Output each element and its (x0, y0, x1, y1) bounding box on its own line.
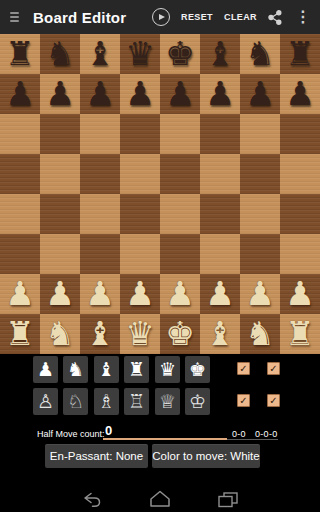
white-queen-icon: ♛ (159, 356, 176, 383)
square-c8[interactable]: ♝ (80, 34, 120, 74)
black-queen-piece: ♛ (125, 34, 155, 74)
square-h8[interactable]: ♜ (280, 34, 320, 74)
palette-black-queen-button[interactable]: ♕ (155, 388, 180, 415)
square-f7[interactable]: ♟ (200, 74, 240, 114)
palette-white-knight-button[interactable]: ♞ (63, 356, 88, 383)
reset-button[interactable]: RESET (181, 12, 213, 22)
square-c1[interactable]: ♝ (80, 314, 120, 354)
palette-white-queen-button[interactable]: ♛ (155, 356, 180, 383)
black-rook-piece: ♜ (5, 34, 35, 74)
castle-queenside-label: 0-0-0 (255, 429, 278, 439)
square-f3[interactable] (200, 234, 240, 274)
square-g2[interactable]: ♟ (240, 274, 280, 314)
title-bar: Board Editor RESET CLEAR ⋮ (0, 0, 320, 34)
square-h1[interactable]: ♜ (280, 314, 320, 354)
square-f8[interactable]: ♝ (200, 34, 240, 74)
square-b8[interactable]: ♞ (40, 34, 80, 74)
board-editor-screen: Board Editor RESET CLEAR ⋮ ♜♞♝♛♚♝♞♜♟♟♟♟♟… (0, 0, 320, 512)
white-pawn-piece: ♟ (285, 274, 315, 314)
page-title: Board Editor (33, 9, 126, 26)
square-e2[interactable]: ♟ (160, 274, 200, 314)
black-king-piece: ♚ (165, 34, 195, 74)
square-b6[interactable] (40, 114, 80, 154)
square-b5[interactable] (40, 154, 80, 194)
white-pawn-piece: ♟ (45, 274, 75, 314)
square-e1[interactable]: ♚ (160, 314, 200, 354)
white-pawn-piece: ♟ (85, 274, 115, 314)
white-pawn-piece: ♟ (125, 274, 155, 314)
black-king-icon: ♔ (189, 388, 206, 415)
square-a7[interactable]: ♟ (0, 74, 40, 114)
en-passant-button[interactable]: En-Passant: None (45, 444, 148, 468)
square-d1[interactable]: ♛ (120, 314, 160, 354)
back-icon[interactable] (82, 492, 101, 508)
half-move-label: Half Move count: (37, 429, 105, 439)
white-queen-piece: ♛ (125, 314, 155, 354)
square-a8[interactable]: ♜ (0, 34, 40, 74)
white-bishop-icon: ♝ (98, 356, 115, 383)
white-bishop-piece: ♝ (85, 314, 115, 354)
black-bishop-piece: ♝ (205, 34, 235, 74)
castling-black-queenside-checkbox[interactable]: ✓ (267, 394, 280, 407)
home-icon[interactable] (149, 490, 171, 508)
palette-black-rook-button[interactable]: ♖ (124, 388, 149, 415)
white-knight-piece: ♞ (45, 314, 75, 354)
square-a4[interactable] (0, 194, 40, 234)
square-e8[interactable]: ♚ (160, 34, 200, 74)
castle-kingside-label: 0-0 (232, 429, 246, 439)
square-f1[interactable]: ♝ (200, 314, 240, 354)
square-e6[interactable] (160, 114, 200, 154)
square-c2[interactable]: ♟ (80, 274, 120, 314)
white-pawn-piece: ♟ (5, 274, 35, 314)
clear-button[interactable]: CLEAR (224, 12, 257, 22)
black-pawn-piece: ♟ (85, 74, 115, 114)
square-e4[interactable] (160, 194, 200, 234)
white-pawn-piece: ♟ (245, 274, 275, 314)
square-g4[interactable] (240, 194, 280, 234)
black-pawn-piece: ♟ (285, 74, 315, 114)
square-b7[interactable]: ♟ (40, 74, 80, 114)
square-b1[interactable]: ♞ (40, 314, 80, 354)
recents-icon[interactable] (218, 492, 238, 508)
square-g3[interactable] (240, 234, 280, 274)
chess-board: ♜♞♝♛♚♝♞♜♟♟♟♟♟♟♟♟♟♟♟♟♟♟♟♟♜♞♝♛♚♝♞♜ (0, 34, 320, 354)
square-d3[interactable] (120, 234, 160, 274)
black-pawn-piece: ♟ (125, 74, 155, 114)
square-h7[interactable]: ♟ (280, 74, 320, 114)
palette-white-pawn-button[interactable]: ♟ (33, 356, 58, 383)
white-pawn-icon: ♟ (37, 356, 54, 383)
square-g1[interactable]: ♞ (240, 314, 280, 354)
palette-white-king-button[interactable]: ♚ (185, 356, 210, 383)
square-h2[interactable]: ♟ (280, 274, 320, 314)
white-king-icon: ♚ (189, 356, 206, 383)
black-bishop-piece: ♝ (85, 34, 115, 74)
square-f5[interactable] (200, 154, 240, 194)
square-a3[interactable] (0, 234, 40, 274)
square-d4[interactable] (120, 194, 160, 234)
play-button[interactable] (152, 8, 170, 26)
black-pawn-piece: ♟ (5, 74, 35, 114)
black-knight-icon: ♘ (67, 388, 84, 415)
square-g7[interactable]: ♟ (240, 74, 280, 114)
black-knight-piece: ♞ (245, 34, 275, 74)
share-icon[interactable] (268, 10, 282, 25)
black-knight-piece: ♞ (45, 34, 75, 74)
square-a5[interactable] (0, 154, 40, 194)
square-f2[interactable]: ♟ (200, 274, 240, 314)
white-rook-piece: ♜ (285, 314, 315, 354)
palette-black-knight-button[interactable]: ♘ (63, 388, 88, 415)
black-rook-icon: ♖ (128, 388, 145, 415)
palette-white-bishop-button[interactable]: ♝ (94, 356, 119, 383)
black-pawn-piece: ♟ (245, 74, 275, 114)
white-pawn-piece: ♟ (165, 274, 195, 314)
square-b3[interactable] (40, 234, 80, 274)
palette-black-bishop-button[interactable]: ♗ (94, 388, 119, 415)
square-c4[interactable] (80, 194, 120, 234)
castling-white-queenside-checkbox[interactable]: ✓ (267, 362, 280, 375)
castling-white-kingside-checkbox[interactable]: ✓ (237, 362, 250, 375)
square-a6[interactable] (0, 114, 40, 154)
white-knight-piece: ♞ (245, 314, 275, 354)
black-rook-piece: ♜ (285, 34, 315, 74)
square-c7[interactable]: ♟ (80, 74, 120, 114)
square-d8[interactable]: ♛ (120, 34, 160, 74)
white-rook-piece: ♜ (5, 314, 35, 354)
white-pawn-piece: ♟ (205, 274, 235, 314)
square-c5[interactable] (80, 154, 120, 194)
square-d2[interactable]: ♟ (120, 274, 160, 314)
play-icon (159, 14, 165, 20)
overflow-menu-icon[interactable]: ⋮ (293, 9, 313, 25)
black-pawn-icon: ♙ (37, 388, 54, 415)
palette-black-king-button[interactable]: ♔ (185, 388, 210, 415)
white-king-piece: ♚ (165, 314, 195, 354)
black-pawn-piece: ♟ (165, 74, 195, 114)
square-h5[interactable] (280, 154, 320, 194)
square-g5[interactable] (240, 154, 280, 194)
square-d7[interactable]: ♟ (120, 74, 160, 114)
square-c3[interactable] (80, 234, 120, 274)
square-a2[interactable]: ♟ (0, 274, 40, 314)
square-h6[interactable] (280, 114, 320, 154)
color-to-move-button[interactable]: Color to move: White (152, 444, 260, 468)
white-rook-icon: ♜ (128, 356, 145, 383)
black-queen-icon: ♕ (159, 388, 176, 415)
white-knight-icon: ♞ (67, 356, 84, 383)
square-f6[interactable] (200, 114, 240, 154)
square-f4[interactable] (200, 194, 240, 234)
castling-black-kingside-checkbox[interactable]: ✓ (237, 394, 250, 407)
menu-icon[interactable] (10, 12, 20, 22)
black-pawn-piece: ♟ (205, 74, 235, 114)
square-a1[interactable]: ♜ (0, 314, 40, 354)
square-d6[interactable] (120, 114, 160, 154)
square-c6[interactable] (80, 114, 120, 154)
square-h4[interactable] (280, 194, 320, 234)
square-b2[interactable]: ♟ (40, 274, 80, 314)
half-move-underline (103, 438, 227, 440)
square-b4[interactable] (40, 194, 80, 234)
palette-black-pawn-button[interactable]: ♙ (33, 388, 58, 415)
square-g8[interactable]: ♞ (240, 34, 280, 74)
square-e5[interactable] (160, 154, 200, 194)
black-pawn-piece: ♟ (45, 74, 75, 114)
white-bishop-piece: ♝ (205, 314, 235, 354)
palette-white-rook-button[interactable]: ♜ (124, 356, 149, 383)
square-g6[interactable] (240, 114, 280, 154)
black-bishop-icon: ♗ (98, 388, 115, 415)
square-h3[interactable] (280, 234, 320, 274)
square-d5[interactable] (120, 154, 160, 194)
square-e3[interactable] (160, 234, 200, 274)
half-move-underline-rest (227, 439, 278, 440)
half-move-input[interactable]: 0 (105, 423, 112, 438)
square-e7[interactable]: ♟ (160, 74, 200, 114)
